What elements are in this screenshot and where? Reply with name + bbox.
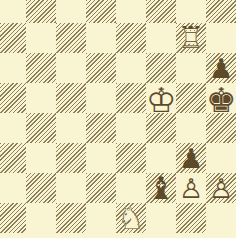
- square-e6[interactable]: [116, 53, 146, 83]
- square-d6[interactable]: [86, 53, 116, 83]
- square-b6[interactable]: [26, 53, 56, 83]
- piece-white-king[interactable]: ♚♔: [146, 83, 176, 113]
- square-g2[interactable]: ♟♙: [176, 173, 206, 203]
- knight-glyph: ♘: [117, 203, 145, 234]
- king-glyph: ♔: [146, 83, 176, 117]
- square-b8[interactable]: [26, 0, 56, 23]
- square-a6[interactable]: [0, 53, 26, 83]
- square-f2[interactable]: ♝: [146, 173, 176, 203]
- piece-black-pawn[interactable]: ♟: [176, 143, 206, 173]
- square-d8[interactable]: [86, 0, 116, 23]
- square-g3[interactable]: ♟: [176, 143, 206, 173]
- square-g6[interactable]: [176, 53, 206, 83]
- square-h8[interactable]: [206, 0, 236, 23]
- bishop-glyph: ♝: [147, 173, 175, 204]
- square-a7[interactable]: [0, 23, 26, 53]
- square-h5[interactable]: ♚: [206, 83, 236, 113]
- chess-board: ♜♖♟♚♔♚♟♝♟♙♟♙♞♘: [0, 0, 236, 233]
- square-c4[interactable]: [56, 113, 86, 143]
- square-d2[interactable]: [86, 173, 116, 203]
- piece-black-king[interactable]: ♚: [206, 83, 236, 113]
- square-f1[interactable]: [146, 203, 176, 233]
- square-c8[interactable]: [56, 0, 86, 23]
- square-c1[interactable]: [56, 203, 86, 233]
- square-e2[interactable]: [116, 173, 146, 203]
- square-b5[interactable]: [26, 83, 56, 113]
- piece-white-knight[interactable]: ♞♘: [116, 203, 146, 233]
- piece-black-pawn[interactable]: ♟: [206, 53, 236, 83]
- square-c7[interactable]: [56, 23, 86, 53]
- board-bottom-margin: [0, 233, 236, 238]
- square-d4[interactable]: [86, 113, 116, 143]
- square-d7[interactable]: [86, 23, 116, 53]
- piece-white-pawn[interactable]: ♟♙: [206, 173, 236, 203]
- chess-diagram: ♜♖♟♚♔♚♟♝♟♙♟♙♞♘: [0, 0, 236, 238]
- square-b3[interactable]: [26, 143, 56, 173]
- pawn-glyph: ♙: [209, 175, 233, 202]
- square-c6[interactable]: [56, 53, 86, 83]
- piece-white-rook[interactable]: ♜♖: [176, 23, 206, 53]
- pawn-glyph: ♟: [179, 145, 203, 172]
- pawn-glyph: ♟: [209, 55, 233, 82]
- square-e1[interactable]: ♞♘: [116, 203, 146, 233]
- square-a3[interactable]: [0, 143, 26, 173]
- square-d1[interactable]: [86, 203, 116, 233]
- square-d3[interactable]: [86, 143, 116, 173]
- square-f7[interactable]: [146, 23, 176, 53]
- square-f6[interactable]: [146, 53, 176, 83]
- square-a2[interactable]: [0, 173, 26, 203]
- square-d5[interactable]: [86, 83, 116, 113]
- square-e7[interactable]: [116, 23, 146, 53]
- square-g4[interactable]: [176, 113, 206, 143]
- square-h1[interactable]: [206, 203, 236, 233]
- piece-white-pawn[interactable]: ♟♙: [176, 173, 206, 203]
- square-g7[interactable]: ♜♖: [176, 23, 206, 53]
- square-b7[interactable]: [26, 23, 56, 53]
- square-b4[interactable]: [26, 113, 56, 143]
- square-e3[interactable]: [116, 143, 146, 173]
- square-c5[interactable]: [56, 83, 86, 113]
- square-h2[interactable]: ♟♙: [206, 173, 236, 203]
- square-h6[interactable]: ♟: [206, 53, 236, 83]
- pawn-glyph: ♙: [179, 175, 203, 202]
- square-c3[interactable]: [56, 143, 86, 173]
- square-g1[interactable]: [176, 203, 206, 233]
- square-e4[interactable]: [116, 113, 146, 143]
- square-e5[interactable]: [116, 83, 146, 113]
- square-f3[interactable]: [146, 143, 176, 173]
- square-h4[interactable]: [206, 113, 236, 143]
- square-h7[interactable]: [206, 23, 236, 53]
- rook-glyph: ♖: [178, 23, 205, 53]
- square-g5[interactable]: [176, 83, 206, 113]
- square-f4[interactable]: [146, 113, 176, 143]
- square-f5[interactable]: ♚♔: [146, 83, 176, 113]
- square-a5[interactable]: [0, 83, 26, 113]
- square-b2[interactable]: [26, 173, 56, 203]
- square-a1[interactable]: [0, 203, 26, 233]
- square-c2[interactable]: [56, 173, 86, 203]
- square-a4[interactable]: [0, 113, 26, 143]
- king-glyph: ♚: [206, 83, 236, 117]
- square-f8[interactable]: [146, 0, 176, 23]
- piece-black-bishop[interactable]: ♝: [146, 173, 176, 203]
- square-a8[interactable]: [0, 0, 26, 23]
- square-e8[interactable]: [116, 0, 146, 23]
- square-b1[interactable]: [26, 203, 56, 233]
- square-h3[interactable]: [206, 143, 236, 173]
